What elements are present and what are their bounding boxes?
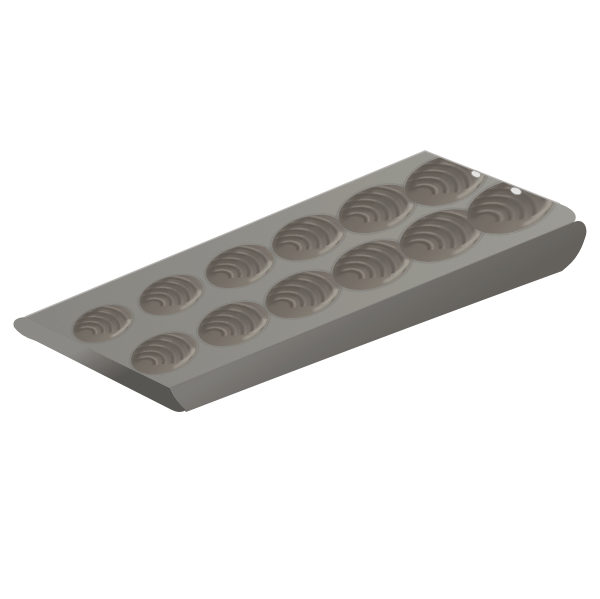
product-photo (0, 0, 600, 599)
madeleine-pan (0, 130, 600, 430)
madeleine-tray-illustration (0, 0, 600, 599)
grain-light (0, 130, 600, 430)
photo-canvas (0, 0, 600, 599)
